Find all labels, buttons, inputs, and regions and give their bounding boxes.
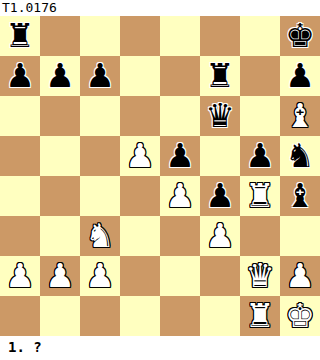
piece-black-king-h8: ♚ xyxy=(280,16,320,56)
square-e4[interactable]: ♟ xyxy=(160,176,200,216)
square-h3[interactable] xyxy=(280,216,320,256)
square-c2[interactable]: ♟ xyxy=(80,256,120,296)
square-h4[interactable]: ♝ xyxy=(280,176,320,216)
piece-black-rook-a8: ♜ xyxy=(0,16,40,56)
square-h6[interactable]: ♝ xyxy=(280,96,320,136)
square-a7[interactable]: ♟ xyxy=(0,56,40,96)
square-d1[interactable] xyxy=(120,296,160,336)
piece-white-knight-c3: ♞ xyxy=(80,216,120,256)
square-d6[interactable] xyxy=(120,96,160,136)
square-a8[interactable]: ♜ xyxy=(0,16,40,56)
square-b3[interactable] xyxy=(40,216,80,256)
piece-black-pawn-c7: ♟ xyxy=(80,56,120,96)
square-b2[interactable]: ♟ xyxy=(40,256,80,296)
square-b8[interactable] xyxy=(40,16,80,56)
square-e8[interactable] xyxy=(160,16,200,56)
square-d4[interactable] xyxy=(120,176,160,216)
square-d3[interactable] xyxy=(120,216,160,256)
square-g3[interactable] xyxy=(240,216,280,256)
square-h7[interactable]: ♟ xyxy=(280,56,320,96)
square-g2[interactable]: ♛ xyxy=(240,256,280,296)
square-b4[interactable] xyxy=(40,176,80,216)
square-g4[interactable]: ♜ xyxy=(240,176,280,216)
piece-white-pawn-b2: ♟ xyxy=(40,256,80,296)
piece-black-pawn-a7: ♟ xyxy=(0,56,40,96)
square-b6[interactable] xyxy=(40,96,80,136)
piece-white-king-h1: ♚ xyxy=(280,296,320,336)
piece-black-pawn-b7: ♟ xyxy=(40,56,80,96)
piece-black-rook-f7: ♜ xyxy=(200,56,240,96)
square-c3[interactable]: ♞ xyxy=(80,216,120,256)
square-g5[interactable]: ♟ xyxy=(240,136,280,176)
piece-white-queen-g2: ♛ xyxy=(240,256,280,296)
square-e3[interactable] xyxy=(160,216,200,256)
piece-black-pawn-h7: ♟ xyxy=(280,56,320,96)
square-e6[interactable] xyxy=(160,96,200,136)
piece-white-rook-g4: ♜ xyxy=(240,176,280,216)
square-d2[interactable] xyxy=(120,256,160,296)
piece-black-pawn-f4: ♟ xyxy=(200,176,240,216)
puzzle-page: T1.0176 ♜♚♟♟♟♜♟♛♝♟♟♟♞♟♟♜♝♞♟♟♟♟♛♟♜♚ 1. ? xyxy=(0,0,320,360)
square-g8[interactable] xyxy=(240,16,280,56)
square-e2[interactable] xyxy=(160,256,200,296)
square-e5[interactable]: ♟ xyxy=(160,136,200,176)
square-f2[interactable] xyxy=(200,256,240,296)
chess-board: ♜♚♟♟♟♜♟♛♝♟♟♟♞♟♟♜♝♞♟♟♟♟♛♟♜♚ xyxy=(0,16,320,336)
square-a4[interactable] xyxy=(0,176,40,216)
square-a3[interactable] xyxy=(0,216,40,256)
square-b7[interactable]: ♟ xyxy=(40,56,80,96)
square-a5[interactable] xyxy=(0,136,40,176)
square-f8[interactable] xyxy=(200,16,240,56)
piece-white-pawn-f3: ♟ xyxy=(200,216,240,256)
piece-black-knight-h5: ♞ xyxy=(280,136,320,176)
square-f5[interactable] xyxy=(200,136,240,176)
piece-black-pawn-e5: ♟ xyxy=(160,136,200,176)
square-e1[interactable] xyxy=(160,296,200,336)
square-g1[interactable]: ♜ xyxy=(240,296,280,336)
square-c7[interactable]: ♟ xyxy=(80,56,120,96)
puzzle-title: T1.0176 xyxy=(0,0,320,16)
piece-white-bishop-h6: ♝ xyxy=(280,96,320,136)
piece-white-pawn-h2: ♟ xyxy=(280,256,320,296)
square-f1[interactable] xyxy=(200,296,240,336)
piece-white-rook-g1: ♜ xyxy=(240,296,280,336)
square-f7[interactable]: ♜ xyxy=(200,56,240,96)
square-a1[interactable] xyxy=(0,296,40,336)
square-h1[interactable]: ♚ xyxy=(280,296,320,336)
piece-white-pawn-c2: ♟ xyxy=(80,256,120,296)
square-d5[interactable]: ♟ xyxy=(120,136,160,176)
square-e7[interactable] xyxy=(160,56,200,96)
square-a2[interactable]: ♟ xyxy=(0,256,40,296)
square-h5[interactable]: ♞ xyxy=(280,136,320,176)
square-c5[interactable] xyxy=(80,136,120,176)
square-c1[interactable] xyxy=(80,296,120,336)
square-h2[interactable]: ♟ xyxy=(280,256,320,296)
square-f3[interactable]: ♟ xyxy=(200,216,240,256)
piece-black-bishop-h4: ♝ xyxy=(280,176,320,216)
square-g7[interactable] xyxy=(240,56,280,96)
square-c8[interactable] xyxy=(80,16,120,56)
piece-black-queen-f6: ♛ xyxy=(200,96,240,136)
piece-white-pawn-d5: ♟ xyxy=(120,136,160,176)
square-f4[interactable]: ♟ xyxy=(200,176,240,216)
piece-white-pawn-e4: ♟ xyxy=(160,176,200,216)
square-g6[interactable] xyxy=(240,96,280,136)
square-d8[interactable] xyxy=(120,16,160,56)
square-c4[interactable] xyxy=(80,176,120,216)
move-prompt: 1. ? xyxy=(0,339,320,355)
square-c6[interactable] xyxy=(80,96,120,136)
piece-white-pawn-a2: ♟ xyxy=(0,256,40,296)
square-a6[interactable] xyxy=(0,96,40,136)
square-b5[interactable] xyxy=(40,136,80,176)
square-b1[interactable] xyxy=(40,296,80,336)
piece-black-pawn-g5: ♟ xyxy=(240,136,280,176)
square-f6[interactable]: ♛ xyxy=(200,96,240,136)
square-h8[interactable]: ♚ xyxy=(280,16,320,56)
square-d7[interactable] xyxy=(120,56,160,96)
